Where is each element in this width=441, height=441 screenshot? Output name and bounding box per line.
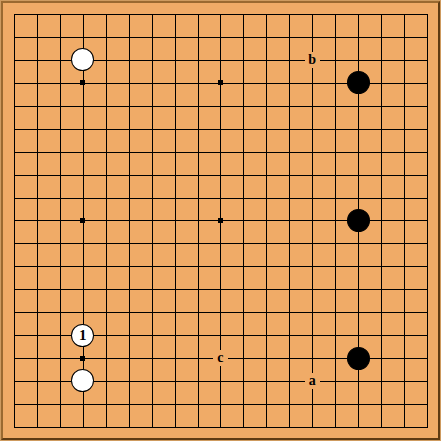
intersection [71, 140, 94, 163]
board-grid: b1ca [3, 3, 439, 439]
intersection [370, 232, 393, 255]
intersection [48, 370, 71, 393]
intersection [48, 278, 71, 301]
intersection [140, 255, 163, 278]
intersection [301, 140, 324, 163]
intersection [370, 278, 393, 301]
intersection [48, 163, 71, 186]
intersection [232, 415, 255, 438]
intersection [278, 48, 301, 71]
intersection [3, 94, 26, 117]
intersection [415, 392, 438, 415]
intersection [232, 301, 255, 324]
intersection [301, 232, 324, 255]
intersection [392, 301, 415, 324]
intersection [255, 140, 278, 163]
intersection [117, 25, 140, 48]
intersection [392, 255, 415, 278]
white-stone [71, 48, 94, 71]
intersection [347, 232, 370, 255]
intersection [186, 163, 209, 186]
intersection [25, 3, 48, 26]
star-point [80, 218, 85, 223]
intersection [25, 278, 48, 301]
intersection [392, 140, 415, 163]
intersection [347, 117, 370, 140]
intersection [71, 3, 94, 26]
intersection [209, 117, 232, 140]
intersection [415, 117, 438, 140]
intersection [71, 232, 94, 255]
star-point [218, 80, 223, 85]
intersection [415, 186, 438, 209]
intersection [278, 324, 301, 347]
intersection [370, 301, 393, 324]
star-point [80, 80, 85, 85]
intersection [186, 25, 209, 48]
intersection [140, 71, 163, 94]
intersection [392, 71, 415, 94]
intersection [186, 117, 209, 140]
intersection [71, 163, 94, 186]
intersection [71, 370, 94, 393]
intersection [324, 347, 347, 370]
intersection [301, 117, 324, 140]
intersection [347, 370, 370, 393]
intersection [3, 71, 26, 94]
intersection [186, 140, 209, 163]
intersection [370, 71, 393, 94]
intersection [232, 94, 255, 117]
intersection [140, 94, 163, 117]
intersection [163, 25, 186, 48]
intersection [278, 415, 301, 438]
intersection [140, 25, 163, 48]
intersection [255, 301, 278, 324]
intersection [94, 324, 117, 347]
intersection [48, 324, 71, 347]
intersection [209, 370, 232, 393]
intersection [324, 163, 347, 186]
intersection [25, 392, 48, 415]
intersection [186, 255, 209, 278]
intersection [347, 94, 370, 117]
intersection [186, 370, 209, 393]
intersection [392, 324, 415, 347]
intersection [209, 324, 232, 347]
intersection [415, 3, 438, 26]
intersection [48, 255, 71, 278]
intersection [3, 347, 26, 370]
intersection [324, 186, 347, 209]
intersection [3, 324, 26, 347]
intersection [3, 232, 26, 255]
intersection [25, 25, 48, 48]
intersection [347, 392, 370, 415]
intersection [415, 48, 438, 71]
intersection [232, 25, 255, 48]
intersection [324, 48, 347, 71]
intersection [71, 71, 94, 94]
black-stone [347, 71, 370, 94]
intersection [71, 48, 94, 71]
go-board: b1ca [0, 0, 441, 441]
intersection [324, 117, 347, 140]
point-label-c: c [213, 350, 228, 366]
intersection [163, 94, 186, 117]
intersection [186, 278, 209, 301]
intersection [392, 25, 415, 48]
intersection [25, 94, 48, 117]
intersection [370, 324, 393, 347]
intersection [71, 25, 94, 48]
intersection [415, 370, 438, 393]
intersection [48, 301, 71, 324]
intersection [186, 324, 209, 347]
intersection [209, 25, 232, 48]
intersection [301, 415, 324, 438]
intersection [255, 186, 278, 209]
intersection [94, 140, 117, 163]
intersection [255, 324, 278, 347]
intersection [392, 163, 415, 186]
intersection [392, 48, 415, 71]
intersection [94, 232, 117, 255]
intersection [71, 278, 94, 301]
intersection [140, 415, 163, 438]
intersection [301, 347, 324, 370]
point-label-b: b [305, 52, 320, 68]
intersection [232, 140, 255, 163]
intersection [370, 415, 393, 438]
intersection [140, 347, 163, 370]
intersection [415, 25, 438, 48]
intersection [117, 163, 140, 186]
intersection [3, 3, 26, 26]
intersection [140, 163, 163, 186]
intersection [163, 3, 186, 26]
intersection [278, 3, 301, 26]
intersection [209, 415, 232, 438]
intersection [209, 163, 232, 186]
intersection [301, 163, 324, 186]
intersection [232, 392, 255, 415]
intersection [255, 117, 278, 140]
intersection [278, 209, 301, 232]
intersection [255, 347, 278, 370]
intersection [278, 301, 301, 324]
intersection [140, 278, 163, 301]
intersection [209, 3, 232, 26]
intersection [209, 94, 232, 117]
intersection [140, 392, 163, 415]
intersection [186, 186, 209, 209]
intersection [71, 117, 94, 140]
intersection [209, 186, 232, 209]
intersection [232, 117, 255, 140]
intersection [25, 48, 48, 71]
intersection [25, 232, 48, 255]
intersection [186, 232, 209, 255]
intersection [370, 25, 393, 48]
intersection [94, 392, 117, 415]
intersection [94, 186, 117, 209]
intersection [415, 140, 438, 163]
intersection [25, 163, 48, 186]
intersection [370, 392, 393, 415]
intersection [25, 71, 48, 94]
intersection: b [301, 48, 324, 71]
intersection [392, 3, 415, 26]
intersection [163, 186, 186, 209]
intersection [232, 232, 255, 255]
intersection [301, 25, 324, 48]
intersection [140, 48, 163, 71]
intersection [186, 301, 209, 324]
intersection [301, 255, 324, 278]
intersection [3, 392, 26, 415]
intersection [140, 140, 163, 163]
intersection [232, 324, 255, 347]
intersection [163, 48, 186, 71]
intersection [209, 301, 232, 324]
intersection [370, 3, 393, 26]
intersection [370, 94, 393, 117]
intersection [186, 347, 209, 370]
intersection [370, 255, 393, 278]
intersection [94, 71, 117, 94]
intersection [48, 392, 71, 415]
intersection [324, 3, 347, 26]
intersection [117, 140, 140, 163]
intersection [163, 255, 186, 278]
intersection [278, 278, 301, 301]
intersection [278, 25, 301, 48]
intersection [392, 232, 415, 255]
intersection [3, 415, 26, 438]
intersection [140, 232, 163, 255]
intersection [117, 278, 140, 301]
intersection [415, 232, 438, 255]
intersection [163, 415, 186, 438]
intersection [163, 117, 186, 140]
intersection [94, 209, 117, 232]
intersection [278, 370, 301, 393]
intersection [186, 94, 209, 117]
intersection [301, 71, 324, 94]
intersection [94, 415, 117, 438]
intersection [94, 25, 117, 48]
intersection [94, 94, 117, 117]
intersection [324, 94, 347, 117]
intersection [25, 324, 48, 347]
intersection [186, 71, 209, 94]
intersection [163, 209, 186, 232]
intersection [94, 117, 117, 140]
intersection [71, 186, 94, 209]
intersection [71, 301, 94, 324]
star-point [80, 356, 85, 361]
intersection [370, 140, 393, 163]
intersection [324, 71, 347, 94]
intersection [3, 25, 26, 48]
intersection [347, 209, 370, 232]
intersection [324, 415, 347, 438]
intersection [278, 140, 301, 163]
intersection [94, 48, 117, 71]
intersection [25, 370, 48, 393]
intersection [347, 255, 370, 278]
intersection [301, 94, 324, 117]
intersection [71, 255, 94, 278]
intersection [117, 370, 140, 393]
intersection [232, 48, 255, 71]
intersection [209, 392, 232, 415]
intersection [370, 163, 393, 186]
intersection [209, 255, 232, 278]
intersection [48, 140, 71, 163]
intersection [140, 370, 163, 393]
intersection [255, 3, 278, 26]
intersection [209, 278, 232, 301]
intersection [301, 278, 324, 301]
intersection [392, 117, 415, 140]
intersection [255, 163, 278, 186]
intersection [415, 301, 438, 324]
intersection [163, 370, 186, 393]
intersection [370, 370, 393, 393]
intersection [48, 232, 71, 255]
intersection [140, 209, 163, 232]
intersection [25, 209, 48, 232]
intersection [232, 209, 255, 232]
intersection [415, 347, 438, 370]
intersection [255, 71, 278, 94]
intersection [117, 94, 140, 117]
intersection [140, 324, 163, 347]
intersection [186, 415, 209, 438]
intersection [232, 370, 255, 393]
intersection [94, 3, 117, 26]
intersection [278, 117, 301, 140]
intersection [71, 94, 94, 117]
intersection [209, 71, 232, 94]
intersection [347, 71, 370, 94]
intersection [209, 209, 232, 232]
intersection [370, 48, 393, 71]
intersection [186, 48, 209, 71]
intersection [392, 209, 415, 232]
intersection [140, 117, 163, 140]
intersection: a [301, 370, 324, 393]
intersection [347, 186, 370, 209]
intersection [301, 3, 324, 26]
intersection [255, 25, 278, 48]
intersection [186, 392, 209, 415]
intersection [255, 232, 278, 255]
intersection [255, 392, 278, 415]
intersection [140, 301, 163, 324]
intersection [255, 255, 278, 278]
intersection: c [209, 347, 232, 370]
intersection [347, 48, 370, 71]
intersection [48, 3, 71, 26]
intersection: 1 [71, 324, 94, 347]
intersection [415, 209, 438, 232]
intersection [3, 117, 26, 140]
intersection [347, 347, 370, 370]
intersection [324, 324, 347, 347]
intersection [255, 278, 278, 301]
intersection [163, 163, 186, 186]
intersection [415, 278, 438, 301]
intersection [255, 48, 278, 71]
intersection [301, 392, 324, 415]
intersection [71, 415, 94, 438]
intersection [25, 117, 48, 140]
intersection [347, 301, 370, 324]
intersection [370, 209, 393, 232]
intersection [117, 255, 140, 278]
intersection [278, 347, 301, 370]
intersection [186, 3, 209, 26]
intersection [3, 140, 26, 163]
intersection [117, 48, 140, 71]
intersection [3, 209, 26, 232]
intersection [415, 255, 438, 278]
intersection [140, 186, 163, 209]
intersection [94, 301, 117, 324]
intersection [415, 324, 438, 347]
intersection [3, 278, 26, 301]
intersection [415, 94, 438, 117]
intersection [117, 415, 140, 438]
intersection [3, 163, 26, 186]
intersection [94, 278, 117, 301]
white-stone [71, 369, 94, 392]
white-stone: 1 [71, 324, 94, 347]
move-number: 1 [79, 328, 87, 343]
intersection [301, 324, 324, 347]
intersection [48, 94, 71, 117]
intersection [140, 3, 163, 26]
intersection [255, 209, 278, 232]
intersection [255, 94, 278, 117]
intersection [117, 301, 140, 324]
intersection [278, 71, 301, 94]
intersection [370, 347, 393, 370]
intersection [324, 209, 347, 232]
intersection [3, 301, 26, 324]
intersection [347, 3, 370, 26]
intersection [347, 278, 370, 301]
intersection [25, 301, 48, 324]
intersection [324, 140, 347, 163]
intersection [25, 347, 48, 370]
intersection [94, 347, 117, 370]
intersection [347, 324, 370, 347]
intersection [163, 392, 186, 415]
intersection [324, 255, 347, 278]
intersection [163, 347, 186, 370]
intersection [370, 186, 393, 209]
intersection [209, 232, 232, 255]
black-stone [347, 347, 370, 370]
intersection [255, 415, 278, 438]
intersection [232, 71, 255, 94]
intersection [278, 94, 301, 117]
intersection [301, 209, 324, 232]
